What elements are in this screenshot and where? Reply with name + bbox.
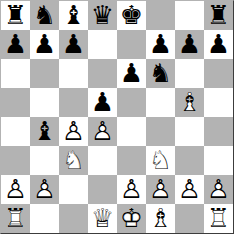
square-g1[interactable] — [175, 204, 204, 233]
square-h5[interactable] — [204, 88, 233, 117]
piece-white-king-outline: ♔ — [117, 204, 146, 233]
square-e6[interactable]: ♟ — [117, 59, 146, 88]
square-d6[interactable] — [88, 59, 117, 88]
piece-white-pawn-outline: ♙ — [59, 117, 88, 146]
square-f8[interactable] — [146, 1, 175, 30]
square-d3[interactable] — [88, 146, 117, 175]
piece-white-knight-outline: ♘ — [59, 146, 88, 175]
piece-white-pawn-outline: ♙ — [146, 175, 175, 204]
square-b8[interactable]: ♞ — [30, 1, 59, 30]
square-e3[interactable] — [117, 146, 146, 175]
square-h3[interactable] — [204, 146, 233, 175]
square-c1[interactable] — [59, 204, 88, 233]
square-f5[interactable] — [146, 88, 175, 117]
square-e5[interactable] — [117, 88, 146, 117]
square-c8[interactable]: ♝ — [59, 1, 88, 30]
square-d1[interactable]: ♛♕ — [88, 204, 117, 233]
square-f3[interactable]: ♞♘ — [146, 146, 175, 175]
square-h1[interactable]: ♜♖ — [204, 204, 233, 233]
piece-white-pawn-outline: ♙ — [204, 175, 233, 204]
square-a5[interactable] — [1, 88, 30, 117]
square-e2[interactable]: ♟♙ — [117, 175, 146, 204]
square-a7[interactable]: ♟ — [1, 30, 30, 59]
piece-black-queen: ♛ — [88, 1, 117, 30]
square-d5[interactable]: ♟ — [88, 88, 117, 117]
piece-white-pawn-outline: ♙ — [1, 175, 30, 204]
square-h6[interactable] — [204, 59, 233, 88]
square-a3[interactable] — [1, 146, 30, 175]
square-f6[interactable]: ♞ — [146, 59, 175, 88]
square-g6[interactable] — [175, 59, 204, 88]
square-b4[interactable]: ♝ — [30, 117, 59, 146]
square-d4[interactable]: ♟♙ — [88, 117, 117, 146]
square-d7[interactable] — [88, 30, 117, 59]
square-f2[interactable]: ♟♙ — [146, 175, 175, 204]
piece-black-pawn: ♟ — [88, 88, 117, 117]
piece-white-bishop-outline: ♗ — [146, 204, 175, 233]
square-a4[interactable] — [1, 117, 30, 146]
piece-white-pawn-outline: ♙ — [175, 175, 204, 204]
square-a8[interactable]: ♜ — [1, 1, 30, 30]
square-h8[interactable]: ♜ — [204, 1, 233, 30]
square-b7[interactable]: ♟ — [30, 30, 59, 59]
square-e4[interactable] — [117, 117, 146, 146]
piece-black-king: ♚ — [117, 1, 146, 30]
square-b2[interactable]: ♟♙ — [30, 175, 59, 204]
piece-black-pawn: ♟ — [30, 30, 59, 59]
piece-black-pawn: ♟ — [146, 30, 175, 59]
piece-white-knight-outline: ♘ — [146, 146, 175, 175]
square-g2[interactable]: ♟♙ — [175, 175, 204, 204]
piece-black-rook: ♜ — [204, 1, 233, 30]
square-c2[interactable] — [59, 175, 88, 204]
piece-black-pawn: ♟ — [59, 30, 88, 59]
square-g7[interactable]: ♟ — [175, 30, 204, 59]
square-a1[interactable]: ♜♖ — [1, 204, 30, 233]
square-e8[interactable]: ♚ — [117, 1, 146, 30]
square-b6[interactable] — [30, 59, 59, 88]
square-c3[interactable]: ♞♘ — [59, 146, 88, 175]
piece-black-bishop: ♝ — [59, 1, 88, 30]
piece-white-rook-outline: ♖ — [1, 204, 30, 233]
square-f7[interactable]: ♟ — [146, 30, 175, 59]
piece-white-pawn-outline: ♙ — [88, 117, 117, 146]
square-g4[interactable] — [175, 117, 204, 146]
chess-board: ♜♞♝♛♚♜♟♟♟♟♟♟♟♞♟♝♗♝♟♙♟♙♞♘♞♘♟♙♟♙♟♙♟♙♟♙♟♙♜♖… — [0, 0, 234, 234]
square-c4[interactable]: ♟♙ — [59, 117, 88, 146]
piece-white-bishop-outline: ♗ — [175, 88, 204, 117]
square-d8[interactable]: ♛ — [88, 1, 117, 30]
piece-white-queen-outline: ♕ — [88, 204, 117, 233]
piece-white-rook-outline: ♖ — [204, 204, 233, 233]
square-h7[interactable]: ♟ — [204, 30, 233, 59]
square-b1[interactable] — [30, 204, 59, 233]
square-f4[interactable] — [146, 117, 175, 146]
square-e1[interactable]: ♚♔ — [117, 204, 146, 233]
square-c6[interactable] — [59, 59, 88, 88]
square-d2[interactable] — [88, 175, 117, 204]
piece-black-knight: ♞ — [146, 59, 175, 88]
square-h2[interactable]: ♟♙ — [204, 175, 233, 204]
square-b5[interactable] — [30, 88, 59, 117]
piece-black-pawn: ♟ — [117, 59, 146, 88]
square-e7[interactable] — [117, 30, 146, 59]
piece-white-pawn-outline: ♙ — [117, 175, 146, 204]
square-h4[interactable] — [204, 117, 233, 146]
square-g5[interactable]: ♝♗ — [175, 88, 204, 117]
piece-white-pawn-outline: ♙ — [30, 175, 59, 204]
piece-black-pawn: ♟ — [204, 30, 233, 59]
square-b3[interactable] — [30, 146, 59, 175]
square-c5[interactable] — [59, 88, 88, 117]
piece-black-pawn: ♟ — [1, 30, 30, 59]
square-f1[interactable]: ♝♗ — [146, 204, 175, 233]
piece-black-rook: ♜ — [1, 1, 30, 30]
square-c7[interactable]: ♟ — [59, 30, 88, 59]
square-a6[interactable] — [1, 59, 30, 88]
piece-black-bishop: ♝ — [30, 117, 59, 146]
square-g3[interactable] — [175, 146, 204, 175]
piece-black-knight: ♞ — [30, 1, 59, 30]
square-g8[interactable] — [175, 1, 204, 30]
piece-black-pawn: ♟ — [175, 30, 204, 59]
square-a2[interactable]: ♟♙ — [1, 175, 30, 204]
